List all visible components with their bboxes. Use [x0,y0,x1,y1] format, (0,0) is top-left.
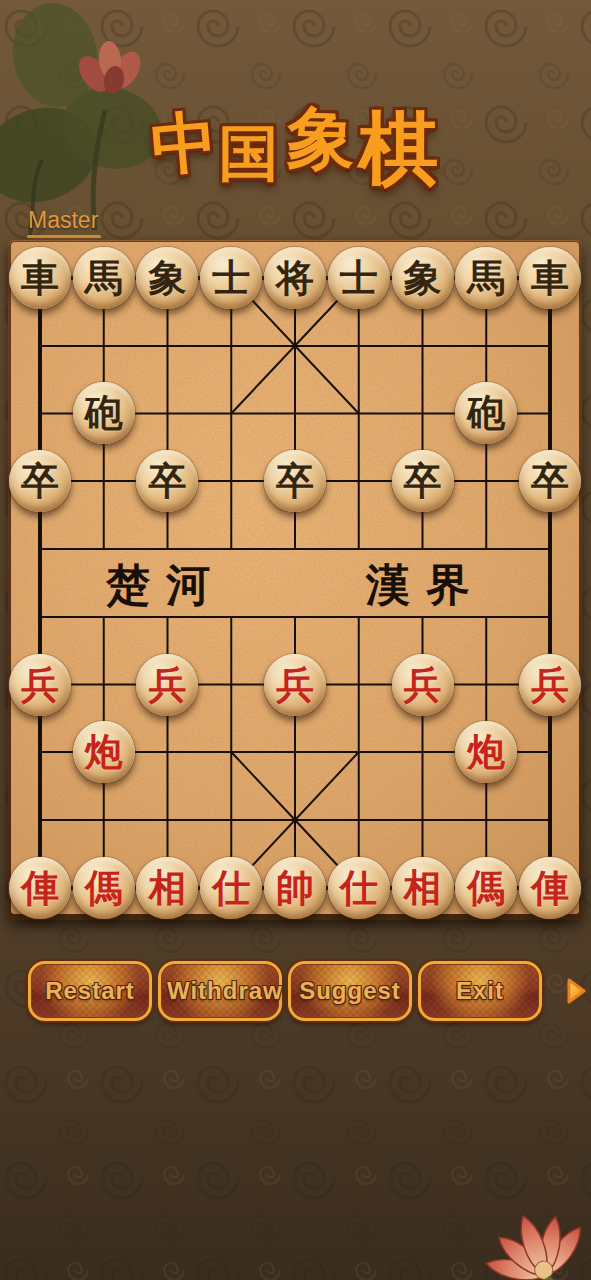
piece-black-elephant[interactable]: 象 [392,247,454,309]
piece-red-elephant[interactable]: 相 [136,857,198,919]
more-options-arrow-icon[interactable] [563,974,589,1008]
piece-red-soldier[interactable]: 兵 [264,654,326,716]
piece-black-general[interactable]: 将 [264,247,326,309]
piece-red-general[interactable]: 帥 [264,857,326,919]
piece-red-advisor[interactable]: 仕 [200,857,262,919]
piece-black-horse[interactable]: 馬 [455,247,517,309]
piece-black-chariot[interactable]: 車 [9,247,71,309]
piece-red-soldier[interactable]: 兵 [519,654,581,716]
piece-grid: 車馬象士将士象馬車砲砲卒卒卒卒卒兵兵兵兵兵炮炮俥傌相仕帥仕相傌俥 [8,244,582,922]
piece-red-chariot[interactable]: 俥 [9,857,71,919]
difficulty-underline [27,235,101,238]
piece-red-cannon[interactable]: 炮 [455,721,517,783]
xiangqi-board[interactable]: 楚河 漢界 車馬象士将士象馬車砲砲卒卒卒卒卒兵兵兵兵兵炮炮俥傌相仕帥仕相傌俥 [8,240,582,920]
piece-black-advisor[interactable]: 士 [328,247,390,309]
piece-red-advisor[interactable]: 仕 [328,857,390,919]
piece-black-soldier[interactable]: 卒 [9,450,71,512]
piece-black-cannon[interactable]: 砲 [73,382,135,444]
piece-red-soldier[interactable]: 兵 [136,654,198,716]
title-char: 国 [219,114,281,195]
title-char: 棋 [359,96,441,204]
piece-black-advisor[interactable]: 士 [200,247,262,309]
piece-black-horse[interactable]: 馬 [73,247,135,309]
piece-black-cannon[interactable]: 砲 [455,382,517,444]
suggest-button[interactable]: Suggest [288,961,412,1021]
piece-black-elephant[interactable]: 象 [136,247,198,309]
piece-black-soldier[interactable]: 卒 [264,450,326,512]
piece-red-soldier[interactable]: 兵 [392,654,454,716]
exit-button[interactable]: Exit [418,961,542,1021]
piece-red-cannon[interactable]: 炮 [73,721,135,783]
title-char: 象 [285,93,358,186]
lotus-flower-decor-bottom-right [441,1160,591,1280]
piece-red-elephant[interactable]: 相 [392,857,454,919]
difficulty-label: Master [28,207,98,234]
piece-black-chariot[interactable]: 車 [519,247,581,309]
withdraw-button[interactable]: Withdraw [158,961,282,1021]
game-screen: 中国象棋 Master [0,0,591,1280]
piece-black-soldier[interactable]: 卒 [136,450,198,512]
piece-red-chariot[interactable]: 俥 [519,857,581,919]
piece-red-soldier[interactable]: 兵 [9,654,71,716]
piece-red-horse[interactable]: 傌 [73,857,135,919]
piece-red-horse[interactable]: 傌 [455,857,517,919]
piece-black-soldier[interactable]: 卒 [392,450,454,512]
piece-black-soldier[interactable]: 卒 [519,450,581,512]
toolbar: Restart Withdraw Suggest Exit [0,961,591,1021]
restart-button[interactable]: Restart [28,961,152,1021]
title-char: 中 [147,96,223,192]
app-title: 中国象棋 [0,84,591,192]
